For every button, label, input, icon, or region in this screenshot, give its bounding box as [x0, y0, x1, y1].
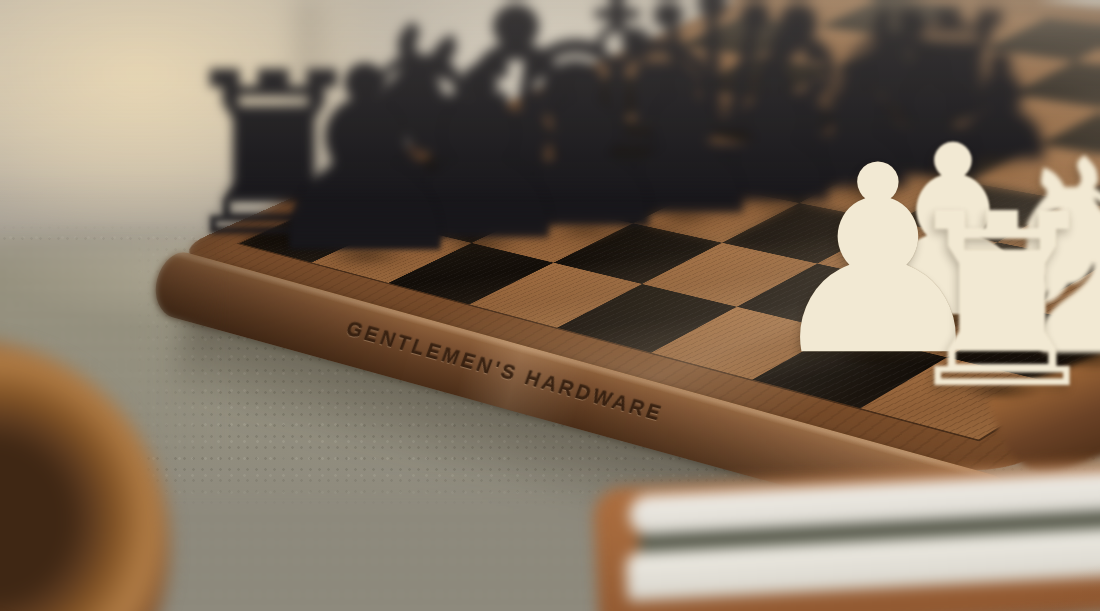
white-rook-h1: ♜: [894, 182, 1100, 422]
chess-photo-scene: GENTLEMEN'S HARDWARE ♜♟♞♟♝♟♛♟♚♟♝♟♞♜♟♟ ♟♟…: [0, 0, 1100, 611]
